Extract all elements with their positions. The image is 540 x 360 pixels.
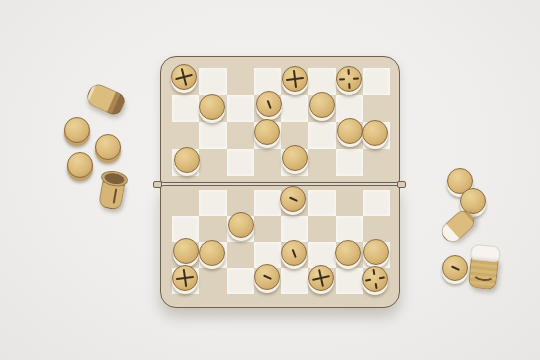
piece-mark-slit xyxy=(252,88,286,122)
board-piece-h2[interactable] xyxy=(362,239,390,267)
cup-white-cap xyxy=(470,244,502,263)
square-h5[interactable] xyxy=(363,149,390,176)
square-b5[interactable] xyxy=(199,149,226,176)
mark-stroke xyxy=(292,249,297,258)
piece-top-face xyxy=(335,240,361,266)
square-f4[interactable] xyxy=(308,190,335,216)
square-e7[interactable] xyxy=(281,95,308,122)
board-piece-e4[interactable] xyxy=(279,186,307,214)
mark-stroke xyxy=(451,265,460,271)
square-e1[interactable] xyxy=(281,268,308,294)
piece-mark-plus xyxy=(170,263,199,292)
mark-stroke xyxy=(373,269,376,275)
board-piece-a8[interactable] xyxy=(170,64,198,92)
off-board-piece-right-4[interactable] xyxy=(441,255,469,283)
board-piece-e8[interactable] xyxy=(281,66,309,94)
piece-top-face xyxy=(199,94,225,120)
mark-stroke xyxy=(365,278,371,281)
board-hinge-right xyxy=(397,181,406,188)
piece-top-face xyxy=(282,145,308,171)
piece-mark-star xyxy=(360,264,390,294)
square-g1[interactable] xyxy=(336,268,363,294)
square-g3[interactable] xyxy=(336,216,363,242)
mark-stroke xyxy=(263,275,272,281)
mark-stroke xyxy=(266,100,271,109)
piece-top-face xyxy=(67,152,93,178)
square-g5[interactable] xyxy=(336,149,363,176)
square-d3[interactable] xyxy=(254,216,281,242)
square-h7[interactable] xyxy=(363,95,390,122)
square-c6[interactable] xyxy=(227,122,254,149)
square-f5[interactable] xyxy=(308,149,335,176)
photo-scene xyxy=(0,0,540,360)
mark-stroke xyxy=(289,197,298,203)
square-f3[interactable] xyxy=(308,216,335,242)
off-board-piece-left-3[interactable] xyxy=(94,134,122,162)
board-piece-a5[interactable] xyxy=(173,147,201,175)
piece-mark-plus xyxy=(169,61,201,93)
piece-mark-slit xyxy=(250,260,285,295)
mark-stroke xyxy=(339,78,345,80)
off-board-piece-left-2[interactable] xyxy=(63,117,91,145)
board-piece-g6[interactable] xyxy=(336,118,364,146)
square-a6[interactable] xyxy=(172,122,199,149)
board-piece-c3[interactable] xyxy=(227,212,255,240)
piece-top-face xyxy=(95,134,121,160)
board-piece-f7[interactable] xyxy=(308,92,336,120)
square-c2[interactable] xyxy=(227,242,254,268)
board-piece-f1[interactable] xyxy=(307,265,335,293)
off-board-piece-right-5[interactable] xyxy=(467,244,501,291)
piece-top-face xyxy=(199,240,225,266)
square-b1[interactable] xyxy=(199,268,226,294)
piece-top-face xyxy=(174,147,200,173)
square-c8[interactable] xyxy=(227,68,254,95)
square-f6[interactable] xyxy=(308,122,335,149)
board-piece-e5[interactable] xyxy=(281,145,309,173)
board-piece-b2[interactable] xyxy=(198,240,226,268)
mark-stroke xyxy=(348,69,350,75)
square-a4[interactable] xyxy=(172,190,199,216)
board-piece-d6[interactable] xyxy=(253,119,281,147)
board-piece-h1[interactable] xyxy=(361,266,389,294)
board-piece-b7[interactable] xyxy=(198,94,226,122)
mark-stroke xyxy=(348,83,350,89)
board-piece-e2[interactable] xyxy=(280,240,308,268)
square-b8[interactable] xyxy=(199,68,226,95)
board-piece-a1[interactable] xyxy=(171,265,199,293)
square-b6[interactable] xyxy=(199,122,226,149)
piece-mark-plus xyxy=(306,262,337,293)
off-board-piece-left-1[interactable] xyxy=(84,81,128,117)
board-piece-g8[interactable] xyxy=(335,66,363,94)
board-hinge-left xyxy=(153,181,162,188)
board-piece-h6[interactable] xyxy=(361,120,389,148)
piece-mark-star xyxy=(335,65,362,92)
mark-stroke xyxy=(353,78,359,80)
board-piece-g2[interactable] xyxy=(334,240,362,268)
square-h8[interactable] xyxy=(363,68,390,95)
piece-mark-slit xyxy=(276,182,311,217)
mark-stroke xyxy=(379,276,385,279)
square-a7[interactable] xyxy=(172,95,199,122)
mark-stroke xyxy=(375,282,378,288)
square-c7[interactable] xyxy=(227,95,254,122)
square-g4[interactable] xyxy=(336,190,363,216)
piece-mark-slit xyxy=(277,236,311,270)
board-piece-d7[interactable] xyxy=(255,91,283,119)
square-h4[interactable] xyxy=(363,190,390,216)
off-board-piece-left-5[interactable] xyxy=(95,169,128,211)
square-d5[interactable] xyxy=(254,149,281,176)
square-b3[interactable] xyxy=(199,216,226,242)
piece-top-face xyxy=(64,117,90,143)
square-b4[interactable] xyxy=(199,190,226,216)
piece-top-face xyxy=(337,118,363,144)
board-piece-d1[interactable] xyxy=(253,264,281,292)
off-board-piece-left-4[interactable] xyxy=(66,152,94,180)
piece-mark-plus xyxy=(281,64,310,93)
square-c5[interactable] xyxy=(227,149,254,176)
